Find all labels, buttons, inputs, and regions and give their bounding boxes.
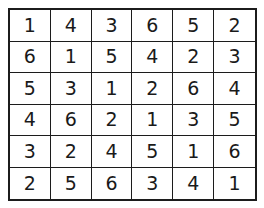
- sudoku-board: 1 4 3 6 5 2 6 1 5 4 2 3 5 3 1 2 6 4 4 6 …: [8, 8, 257, 201]
- cell-r3c2[interactable]: 3: [51, 73, 92, 105]
- cell-r4c1[interactable]: 4: [10, 105, 51, 137]
- cell-r5c3[interactable]: 4: [92, 136, 133, 168]
- cell-r5c4[interactable]: 5: [132, 136, 173, 168]
- cell-r4c3[interactable]: 2: [92, 105, 133, 137]
- cell-r2c1[interactable]: 6: [10, 42, 51, 74]
- cell-r4c2[interactable]: 6: [51, 105, 92, 137]
- cell-r2c2[interactable]: 1: [51, 42, 92, 74]
- cell-r2c3[interactable]: 5: [92, 42, 133, 74]
- cell-r6c3[interactable]: 6: [92, 168, 133, 200]
- cell-r2c5[interactable]: 2: [173, 42, 214, 74]
- cell-r6c1[interactable]: 2: [10, 168, 51, 200]
- cell-r4c5[interactable]: 3: [173, 105, 214, 137]
- cell-r6c6[interactable]: 1: [214, 168, 255, 200]
- cell-r2c6[interactable]: 3: [214, 42, 255, 74]
- cell-r6c2[interactable]: 5: [51, 168, 92, 200]
- cell-r4c6[interactable]: 5: [214, 105, 255, 137]
- board-wrapper: 1 4 3 6 5 2 6 1 5 4 2 3 5 3 1 2 6 4 4 6 …: [0, 0, 264, 201]
- cell-r5c5[interactable]: 1: [173, 136, 214, 168]
- cell-r1c1[interactable]: 1: [10, 10, 51, 42]
- cell-r3c4[interactable]: 2: [132, 73, 173, 105]
- cell-r3c1[interactable]: 5: [10, 73, 51, 105]
- cell-r2c4[interactable]: 4: [132, 42, 173, 74]
- cell-r1c2[interactable]: 4: [51, 10, 92, 42]
- cell-r5c6[interactable]: 6: [214, 136, 255, 168]
- cell-r5c2[interactable]: 2: [51, 136, 92, 168]
- cell-r1c5[interactable]: 5: [173, 10, 214, 42]
- cell-r5c1[interactable]: 3: [10, 136, 51, 168]
- cell-r3c3[interactable]: 1: [92, 73, 133, 105]
- cell-r1c4[interactable]: 6: [132, 10, 173, 42]
- cell-r6c4[interactable]: 3: [132, 168, 173, 200]
- cell-r1c6[interactable]: 2: [214, 10, 255, 42]
- cell-r1c3[interactable]: 3: [92, 10, 133, 42]
- cell-r3c6[interactable]: 4: [214, 73, 255, 105]
- cell-r4c4[interactable]: 1: [132, 105, 173, 137]
- cell-r6c5[interactable]: 4: [173, 168, 214, 200]
- cell-r3c5[interactable]: 6: [173, 73, 214, 105]
